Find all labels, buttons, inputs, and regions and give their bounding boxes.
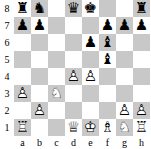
file-label-h: h [133, 136, 150, 149]
piece-black-pawn[interactable]: ♟ [14, 17, 31, 34]
rank-label-4: 4 [0, 68, 14, 85]
piece-white-pawn[interactable]: ♙ [82, 68, 99, 85]
rank-label-8: 8 [0, 0, 14, 17]
square-e8[interactable]: ♚ [82, 0, 99, 17]
square-f1[interactable]: ♝♗ [99, 119, 116, 136]
square-f5[interactable]: ♝ [99, 51, 116, 68]
square-h2[interactable]: ♟♙ [133, 102, 150, 119]
chess-board: 8♜♞♛♚♜7♟♟♟♟♟6♟♝5♝4♟♙♟♙3♟♙♞♘2♟♙♟♙♟♙1♜♖♛♕♚… [0, 0, 151, 149]
square-c7[interactable] [48, 17, 65, 34]
piece-white-queen[interactable]: ♕ [65, 119, 82, 136]
square-g2[interactable]: ♟♙ [116, 102, 133, 119]
square-g6[interactable] [116, 34, 133, 51]
rank-label-7: 7 [0, 17, 14, 34]
piece-black-pawn[interactable]: ♟ [116, 17, 133, 34]
square-e4[interactable]: ♟♙ [82, 68, 99, 85]
square-a3[interactable]: ♟♙ [14, 85, 31, 102]
square-a7[interactable]: ♟ [14, 17, 31, 34]
rank-label-5: 5 [0, 51, 14, 68]
square-c6[interactable] [48, 34, 65, 51]
file-label-b: b [31, 136, 48, 149]
piece-white-pawn[interactable]: ♙ [116, 102, 133, 119]
piece-white-knight[interactable]: ♘ [116, 119, 133, 136]
square-f7[interactable]: ♟ [99, 17, 116, 34]
file-label-e: e [82, 136, 99, 149]
piece-black-bishop[interactable]: ♝ [99, 34, 116, 51]
square-c4[interactable] [48, 68, 65, 85]
square-d4[interactable]: ♟♙ [65, 68, 82, 85]
square-g3[interactable] [116, 85, 133, 102]
piece-white-pawn[interactable]: ♙ [31, 102, 48, 119]
square-g1[interactable]: ♞♘ [116, 119, 133, 136]
square-d2[interactable] [65, 102, 82, 119]
piece-black-king[interactable]: ♚ [82, 0, 99, 17]
square-a8[interactable]: ♜ [14, 0, 31, 17]
square-d5[interactable] [65, 51, 82, 68]
square-g5[interactable] [116, 51, 133, 68]
piece-white-rook[interactable]: ♖ [14, 119, 31, 136]
corner-spacer [0, 136, 14, 149]
square-c1[interactable] [48, 119, 65, 136]
piece-white-pawn[interactable]: ♙ [133, 102, 150, 119]
piece-black-pawn[interactable]: ♟ [99, 17, 116, 34]
square-g8[interactable] [116, 0, 133, 17]
file-label-a: a [14, 136, 31, 149]
square-d8[interactable]: ♛ [65, 0, 82, 17]
file-label-d: d [65, 136, 82, 149]
piece-black-rook[interactable]: ♜ [14, 0, 31, 17]
rank-label-2: 2 [0, 102, 14, 119]
square-e2[interactable] [82, 102, 99, 119]
piece-white-rook[interactable]: ♖ [133, 119, 150, 136]
piece-black-knight[interactable]: ♞ [31, 0, 48, 17]
rank-label-3: 3 [0, 85, 14, 102]
rank-label-6: 6 [0, 34, 14, 51]
square-h4[interactable] [133, 68, 150, 85]
file-label-c: c [48, 136, 65, 149]
square-f4[interactable] [99, 68, 116, 85]
piece-black-queen[interactable]: ♛ [65, 0, 82, 17]
square-f2[interactable] [99, 102, 116, 119]
square-h1[interactable]: ♜♖ [133, 119, 150, 136]
piece-black-pawn[interactable]: ♟ [31, 17, 48, 34]
square-b4[interactable] [31, 68, 48, 85]
square-f8[interactable] [99, 0, 116, 17]
square-c8[interactable] [48, 0, 65, 17]
square-c5[interactable] [48, 51, 65, 68]
square-a2[interactable] [14, 102, 31, 119]
square-h8[interactable]: ♜ [133, 0, 150, 17]
square-b8[interactable]: ♞ [31, 0, 48, 17]
square-b2[interactable]: ♟♙ [31, 102, 48, 119]
square-h6[interactable] [133, 34, 150, 51]
square-h7[interactable]: ♟ [133, 17, 150, 34]
piece-white-pawn[interactable]: ♙ [65, 68, 82, 85]
file-label-f: f [99, 136, 116, 149]
square-a1[interactable]: ♜♖ [14, 119, 31, 136]
square-d6[interactable] [65, 34, 82, 51]
square-b6[interactable] [31, 34, 48, 51]
piece-white-pawn[interactable]: ♙ [14, 85, 31, 102]
square-e3[interactable] [82, 85, 99, 102]
square-c2[interactable] [48, 102, 65, 119]
piece-black-pawn[interactable]: ♟ [82, 34, 99, 51]
square-a6[interactable] [14, 34, 31, 51]
square-e1[interactable]: ♚♔ [82, 119, 99, 136]
square-e7[interactable] [82, 17, 99, 34]
piece-white-king[interactable]: ♔ [82, 119, 99, 136]
square-g7[interactable]: ♟ [116, 17, 133, 34]
square-d3[interactable] [65, 85, 82, 102]
piece-black-rook[interactable]: ♜ [133, 0, 150, 17]
square-f6[interactable]: ♝ [99, 34, 116, 51]
square-d1[interactable]: ♛♕ [65, 119, 82, 136]
square-b7[interactable]: ♟ [31, 17, 48, 34]
rank-label-1: 1 [0, 119, 14, 136]
square-e6[interactable]: ♟ [82, 34, 99, 51]
piece-white-knight[interactable]: ♘ [48, 85, 65, 102]
square-b5[interactable] [31, 51, 48, 68]
piece-black-bishop[interactable]: ♝ [99, 51, 116, 68]
file-label-g: g [116, 136, 133, 149]
piece-black-pawn[interactable]: ♟ [133, 17, 150, 34]
square-h5[interactable] [133, 51, 150, 68]
square-c3[interactable]: ♞♘ [48, 85, 65, 102]
square-f3[interactable] [99, 85, 116, 102]
square-b3[interactable] [31, 85, 48, 102]
square-e5[interactable] [82, 51, 99, 68]
square-a5[interactable] [14, 51, 31, 68]
square-g4[interactable] [116, 68, 133, 85]
square-b1[interactable] [31, 119, 48, 136]
square-a4[interactable] [14, 68, 31, 85]
square-h3[interactable] [133, 85, 150, 102]
square-d7[interactable] [65, 17, 82, 34]
piece-white-bishop[interactable]: ♗ [99, 119, 116, 136]
